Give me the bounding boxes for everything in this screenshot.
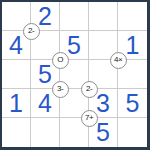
grid-cells: 2451514355: [2, 2, 147, 147]
given-number: 5: [67, 33, 81, 58]
cell-r3c1[interactable]: [2, 60, 31, 89]
given-number: 3: [96, 91, 110, 116]
given-number: 1: [9, 91, 23, 116]
given-number: 1: [126, 33, 140, 58]
cell-r3c2[interactable]: 5: [31, 60, 60, 89]
cell-r3c4[interactable]: [89, 60, 118, 89]
cell-r1c1[interactable]: [2, 2, 31, 31]
cell-r1c5[interactable]: [118, 2, 147, 31]
cell-r4c1[interactable]: 1: [2, 89, 31, 118]
mathrax-board: 2451514355 2-O4×3-2-7+: [0, 0, 150, 150]
cell-r2c2[interactable]: [31, 31, 60, 60]
cell-r3c5[interactable]: [118, 60, 147, 89]
cell-r1c3[interactable]: [60, 2, 89, 31]
cell-r2c4[interactable]: [89, 31, 118, 60]
given-number: 5: [38, 62, 52, 87]
cell-r1c4[interactable]: [89, 2, 118, 31]
given-number: 2: [38, 4, 52, 29]
given-number: 5: [96, 120, 110, 145]
given-number: 4: [38, 91, 52, 116]
cell-r5c1[interactable]: [2, 118, 31, 147]
cell-r5c5[interactable]: [118, 118, 147, 147]
cell-r3c3[interactable]: [60, 60, 89, 89]
given-number: 4: [9, 33, 23, 58]
cell-r5c2[interactable]: [31, 118, 60, 147]
given-number: 5: [126, 91, 140, 116]
cell-r4c3[interactable]: [60, 89, 89, 118]
cell-r1c2[interactable]: 2: [31, 2, 60, 31]
cell-r5c4[interactable]: 5: [89, 118, 118, 147]
cell-r5c3[interactable]: [60, 118, 89, 147]
cell-r4c4[interactable]: 3: [89, 89, 118, 118]
cell-r4c2[interactable]: 4: [31, 89, 60, 118]
cell-r2c5[interactable]: 1: [118, 31, 147, 60]
cell-r2c3[interactable]: 5: [60, 31, 89, 60]
cell-r4c5[interactable]: 5: [118, 89, 147, 118]
cell-r2c1[interactable]: 4: [2, 31, 31, 60]
